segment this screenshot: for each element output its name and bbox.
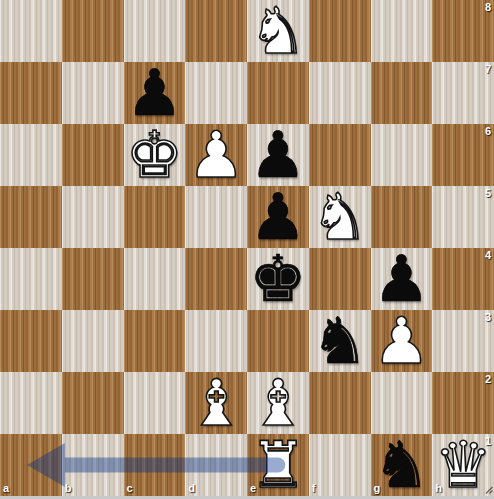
square-f5[interactable]: ♞ <box>309 186 371 248</box>
square-d5[interactable] <box>185 186 247 248</box>
square-b4[interactable] <box>62 248 124 310</box>
square-b7[interactable] <box>62 62 124 124</box>
square-f6[interactable] <box>309 124 371 186</box>
square-d4[interactable] <box>185 248 247 310</box>
square-h7[interactable] <box>432 62 494 124</box>
square-g3[interactable]: ♟ <box>371 310 433 372</box>
square-b8[interactable] <box>62 0 124 62</box>
black-king-e4[interactable]: ♚ <box>249 248 306 310</box>
white-pawn-g3[interactable]: ♟ <box>373 310 430 372</box>
square-d6[interactable]: ♟ <box>185 124 247 186</box>
black-knight-g1[interactable]: ♞ <box>373 434 430 496</box>
square-e1[interactable]: ♜ <box>247 434 309 496</box>
square-a6[interactable] <box>0 124 62 186</box>
square-c3[interactable] <box>124 310 186 372</box>
square-a3[interactable] <box>0 310 62 372</box>
square-f4[interactable] <box>309 248 371 310</box>
white-pawn-d6[interactable]: ♟ <box>187 124 244 186</box>
square-e8[interactable]: ♞ <box>247 0 309 62</box>
square-c1[interactable] <box>124 434 186 496</box>
black-pawn-g4[interactable]: ♟ <box>373 248 430 310</box>
square-f7[interactable] <box>309 62 371 124</box>
square-d8[interactable] <box>185 0 247 62</box>
square-e3[interactable] <box>247 310 309 372</box>
square-d1[interactable] <box>185 434 247 496</box>
white-bishop-d2[interactable]: ♝ <box>187 372 244 434</box>
square-b5[interactable] <box>62 186 124 248</box>
square-a7[interactable] <box>0 62 62 124</box>
black-pawn-e5[interactable]: ♟ <box>249 186 306 248</box>
chess-board-wrap: ♞♟♚♟♟♟♞♚♟♞♟♝♝♜♞♛ abcdefgh87654321 <box>0 0 494 496</box>
square-h4[interactable] <box>432 248 494 310</box>
square-e5[interactable]: ♟ <box>247 186 309 248</box>
square-a4[interactable] <box>0 248 62 310</box>
square-d2[interactable]: ♝ <box>185 372 247 434</box>
square-a5[interactable] <box>0 186 62 248</box>
square-f3[interactable]: ♞ <box>309 310 371 372</box>
square-c2[interactable] <box>124 372 186 434</box>
square-c5[interactable] <box>124 186 186 248</box>
black-pawn-c7[interactable]: ♟ <box>126 62 183 124</box>
black-pawn-e6[interactable]: ♟ <box>249 124 306 186</box>
square-f8[interactable] <box>309 0 371 62</box>
square-h8[interactable] <box>432 0 494 62</box>
square-g5[interactable] <box>371 186 433 248</box>
square-g8[interactable] <box>371 0 433 62</box>
square-c7[interactable]: ♟ <box>124 62 186 124</box>
square-b2[interactable] <box>62 372 124 434</box>
square-a1[interactable] <box>0 434 62 496</box>
square-d3[interactable] <box>185 310 247 372</box>
square-c8[interactable] <box>124 0 186 62</box>
square-f1[interactable] <box>309 434 371 496</box>
square-g2[interactable] <box>371 372 433 434</box>
square-h3[interactable] <box>432 310 494 372</box>
square-a8[interactable] <box>0 0 62 62</box>
white-knight-f5[interactable]: ♞ <box>311 186 368 248</box>
square-b3[interactable] <box>62 310 124 372</box>
square-h6[interactable] <box>432 124 494 186</box>
white-king-c6[interactable]: ♚ <box>126 124 183 186</box>
square-h5[interactable] <box>432 186 494 248</box>
square-d7[interactable] <box>185 62 247 124</box>
square-e4[interactable]: ♚ <box>247 248 309 310</box>
white-knight-e8[interactable]: ♞ <box>249 0 306 62</box>
black-knight-f3[interactable]: ♞ <box>311 310 368 372</box>
square-e2[interactable]: ♝ <box>247 372 309 434</box>
chess-board: ♞♟♚♟♟♟♞♚♟♞♟♝♝♜♞♛ <box>0 0 494 496</box>
square-g4[interactable]: ♟ <box>371 248 433 310</box>
square-a2[interactable] <box>0 372 62 434</box>
white-rook-e1[interactable]: ♜ <box>249 434 306 496</box>
square-b1[interactable] <box>62 434 124 496</box>
square-g6[interactable] <box>371 124 433 186</box>
square-b6[interactable] <box>62 124 124 186</box>
square-g1[interactable]: ♞ <box>371 434 433 496</box>
square-e6[interactable]: ♟ <box>247 124 309 186</box>
square-g7[interactable] <box>371 62 433 124</box>
square-e7[interactable] <box>247 62 309 124</box>
square-f2[interactable] <box>309 372 371 434</box>
board-resize-handle-icon[interactable] <box>483 484 493 494</box>
white-bishop-e2[interactable]: ♝ <box>249 372 306 434</box>
square-c6[interactable]: ♚ <box>124 124 186 186</box>
square-h2[interactable] <box>432 372 494 434</box>
square-c4[interactable] <box>124 248 186 310</box>
